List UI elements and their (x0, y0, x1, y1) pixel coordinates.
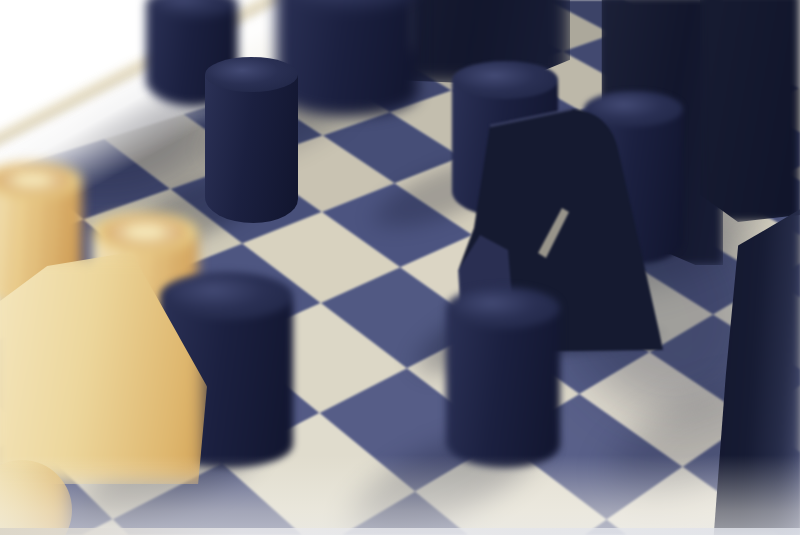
pawn-top (452, 61, 558, 99)
pawn-body (205, 75, 298, 224)
pawn-top (92, 212, 198, 252)
pawn-body (446, 308, 560, 468)
pawn-top (205, 57, 298, 92)
chessboard-photo (0, 0, 800, 535)
pawn-top (160, 272, 293, 320)
black-rook[interactable] (700, 0, 800, 222)
black-pawn[interactable] (205, 57, 298, 223)
black-pawn[interactable] (446, 287, 560, 468)
pawn-top (446, 287, 560, 329)
